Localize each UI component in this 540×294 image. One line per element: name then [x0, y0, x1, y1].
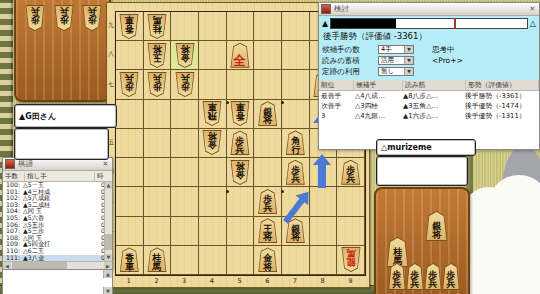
square-42[interactable] — [199, 217, 227, 246]
shogi-piece-飛車[interactable]: 飛車 — [201, 101, 223, 126]
comment-scroll-down-icon[interactable]: ▼ — [103, 287, 112, 294]
shogi-piece-銀将[interactable]: 銀将 — [424, 211, 449, 241]
pv-cell: ▲1六歩△… — [401, 111, 463, 121]
file-label: 5 — [226, 275, 254, 286]
square-41[interactable] — [199, 246, 227, 275]
pv-cell: ▲8八歩△… — [401, 91, 463, 101]
board-star-dot — [226, 101, 229, 104]
square-34[interactable] — [171, 158, 199, 187]
kifu-window-title: 棋譜 — [18, 159, 33, 169]
setting-dropdown[interactable]: 活用▼ — [378, 56, 414, 65]
scroll-up-icon[interactable]: ▲ — [105, 182, 112, 189]
kifu-close-icon[interactable]: ✕ — [101, 160, 110, 169]
rank-label: 七 — [107, 69, 115, 98]
square-64[interactable] — [254, 158, 282, 187]
shogi-piece-歩兵[interactable]: 歩兵 — [24, 5, 46, 31]
square-26[interactable] — [144, 100, 172, 129]
analysis-settings-panel: ▲ △ 後手勝勢（評価値 -3361） 候補手の数4手▼思考中読みの蓄積活用▼<… — [319, 16, 539, 80]
comment-scroll-up-icon[interactable]: ▲ — [103, 270, 112, 278]
square-75[interactable]: 角行 — [282, 129, 310, 158]
analysis-setting-row: 候補手の数4手▼思考中 — [322, 44, 536, 55]
file-label: 6 — [253, 275, 281, 286]
analysis-setting-row: 定跡の利用無し▼ — [322, 66, 536, 77]
col-move-number: 手数 — [3, 172, 25, 181]
move-text: △5五歩 — [20, 222, 97, 229]
setting-label: 候補手の数 — [322, 45, 374, 55]
setting-label: 定跡の利用 — [322, 67, 374, 77]
square-62[interactable]: 王将 — [254, 217, 282, 246]
shogi-piece-桂馬[interactable]: 桂馬 — [146, 247, 168, 272]
square-82[interactable] — [310, 217, 338, 246]
move-text: △6二玉 — [20, 248, 97, 255]
setting-dropdown[interactable]: 4手▼ — [378, 45, 414, 54]
square-29[interactable]: 桂馬 — [144, 12, 172, 41]
analysis-titlebar[interactable]: 検討 ✕ — [319, 3, 539, 16]
eval-cell: 後手優勢（-1474） — [463, 101, 539, 111]
square-28[interactable]: 玉将 — [144, 41, 172, 70]
square-24[interactable] — [144, 158, 172, 187]
square-77[interactable] — [282, 70, 310, 99]
chevron-down-icon[interactable]: ▼ — [404, 57, 413, 64]
move-text: △5八成銀 — [20, 195, 97, 202]
square-17[interactable]: 歩兵 — [116, 70, 144, 99]
square-47[interactable] — [199, 70, 227, 99]
pv-cell: ▲3五角△… — [401, 101, 463, 111]
setting-label: 読みの蓄積 — [322, 56, 374, 66]
dropdown-value: 無し — [381, 67, 394, 76]
column-header: 形勢（評価値） — [466, 80, 539, 90]
square-92[interactable] — [337, 217, 365, 246]
candidate-move-row[interactable]: 3△4九銀…▲1六歩△…後手優勢（-1311） — [319, 111, 539, 121]
square-69[interactable] — [254, 12, 282, 41]
analysis-window: 検討 ✕ ▲ △ 後手勝勢（評価値 -3361） 候補手の数4手▼思考中読みの蓄… — [318, 2, 540, 150]
chevron-down-icon[interactable]: ▼ — [404, 46, 413, 53]
evaluation-summary: 後手勝勢（評価値 -3361） — [323, 31, 536, 43]
square-63[interactable]: 歩兵 — [254, 187, 282, 216]
candidate-cell: △4九銀… — [353, 111, 401, 121]
board-star-dot — [281, 101, 284, 104]
move-text: ▲5六香 — [20, 215, 97, 222]
candidate-cell: △4八成… — [353, 91, 401, 101]
square-56[interactable]: 香車 — [227, 100, 255, 129]
shogi-piece-歩兵[interactable]: 歩兵 — [405, 263, 425, 290]
square-71[interactable] — [282, 246, 310, 275]
col-move: 指し手 — [25, 172, 95, 181]
rank-cell: 次善手 — [319, 101, 353, 111]
square-51[interactable] — [227, 246, 255, 275]
square-49[interactable] — [199, 12, 227, 41]
square-74[interactable]: 歩兵 — [282, 158, 310, 187]
square-27[interactable]: 歩兵 — [144, 70, 172, 99]
square-93[interactable] — [337, 187, 365, 216]
kifu-move-list[interactable]: 100:△5一玉0秒101:▲4三桂成0秒102:△5八成銀0秒103:▲5二成… — [3, 182, 112, 261]
shogi-piece-金将[interactable]: 金将 — [201, 130, 223, 155]
square-67[interactable] — [254, 70, 282, 99]
rank-cell: 3 — [319, 111, 353, 121]
gote-piece-stand[interactable]: 銀将桂馬歩兵歩兵歩兵歩兵 — [374, 187, 470, 294]
move-text: ▲5二成桂 — [20, 202, 97, 209]
square-18[interactable] — [116, 41, 144, 70]
shogi-piece-龍馬[interactable]: 龍馬 — [340, 247, 362, 272]
kifu-vertical-scrollbar[interactable]: ▲ ▼ — [104, 182, 112, 261]
square-23[interactable] — [144, 187, 172, 216]
square-65[interactable] — [254, 129, 282, 158]
square-15[interactable] — [116, 129, 144, 158]
file-label: 9 — [336, 275, 364, 286]
shogi-piece-香車[interactable]: 香車 — [229, 101, 251, 126]
square-91[interactable]: 龍馬 — [337, 246, 365, 275]
square-32[interactable] — [171, 217, 199, 246]
file-label: 4 — [198, 275, 226, 286]
shogi-piece-玉将[interactable]: 玉将 — [146, 43, 168, 68]
move-arrow-head — [313, 154, 331, 165]
square-76[interactable] — [282, 100, 310, 129]
shogi-piece-歩兵[interactable]: 歩兵 — [423, 263, 443, 290]
eval-cell: 後手優勢（-1311） — [463, 111, 539, 121]
square-35[interactable] — [171, 129, 199, 158]
rank-label: 九 — [107, 11, 115, 40]
square-79[interactable] — [282, 12, 310, 41]
move-text: △5一玉 — [20, 182, 97, 189]
analysis-settings-rows: 候補手の数4手▼思考中読みの蓄積活用▼<Pro+>定跡の利用無し▼ — [322, 44, 536, 77]
sente-mark: ▲ — [322, 19, 328, 29]
move-number: 111: — [3, 255, 20, 261]
analysis-close-icon[interactable]: ✕ — [528, 5, 537, 14]
square-55[interactable]: 歩兵 — [227, 129, 255, 158]
shogi-piece-歩兵[interactable]: 歩兵 — [257, 189, 279, 214]
evaluation-bar-tick — [454, 18, 456, 29]
shogi-piece-金将[interactable]: 金将 — [257, 247, 279, 272]
scroll-down-icon[interactable]: ▼ — [105, 254, 112, 261]
shogi-piece-全[interactable]: 全 — [229, 43, 251, 68]
kifu-window: 棋譜 ✕ 手数 指し手 時 100:△5一玉0秒101:▲4三桂成0秒102:△… — [2, 157, 113, 269]
square-78[interactable] — [282, 41, 310, 70]
scrollbar-thumb[interactable] — [105, 234, 112, 250]
file-labels: 123456789 — [115, 275, 364, 286]
shogi-piece-桂馬[interactable]: 桂馬 — [146, 14, 168, 39]
move-text: △同 玉 — [20, 235, 97, 242]
kifu-move-row[interactable]: 111:▲3八金0秒 — [3, 255, 112, 261]
file-label: 8 — [309, 275, 337, 286]
square-38[interactable]: 金将 — [171, 41, 199, 70]
shogi-piece-歩兵[interactable]: 歩兵 — [118, 72, 140, 97]
move-text: ▲4三桂成 — [20, 189, 97, 196]
square-54[interactable]: 金将 — [227, 158, 255, 187]
mascot-character — [468, 145, 540, 294]
square-81[interactable] — [310, 246, 338, 275]
move-text: △同 玉 — [20, 208, 97, 215]
square-16[interactable] — [116, 100, 144, 129]
gote-info-box — [376, 156, 468, 186]
move-arrow-shaft — [318, 164, 326, 188]
board-star-dot — [281, 190, 284, 193]
evaluation-bar — [330, 18, 528, 29]
square-68[interactable] — [254, 41, 282, 70]
eval-cell: 後手勝勢（-3361） — [463, 91, 539, 101]
square-37[interactable]: 歩兵 — [171, 70, 199, 99]
shogi-piece-金将[interactable]: 金将 — [229, 160, 251, 185]
candidate-move-row[interactable]: 最善手△4八成…▲8八歩△…後手勝勢（-3361） — [319, 91, 539, 101]
square-45[interactable]: 金将 — [199, 129, 227, 158]
square-61[interactable]: 金将 — [254, 246, 282, 275]
gote-name: △murizeme — [381, 143, 432, 152]
file-label: 1 — [115, 275, 143, 286]
evaluation-bar-fill — [331, 19, 396, 28]
analysis-window-title: 検討 — [334, 4, 349, 14]
square-58[interactable]: 全 — [227, 41, 255, 70]
square-14[interactable] — [116, 158, 144, 187]
square-48[interactable] — [199, 41, 227, 70]
square-13[interactable] — [116, 187, 144, 216]
square-83[interactable] — [310, 187, 338, 216]
square-12[interactable] — [116, 217, 144, 246]
shogi-piece-歩兵[interactable]: 歩兵 — [229, 130, 251, 155]
shogi-piece-歩兵[interactable]: 歩兵 — [53, 5, 75, 31]
column-header: 候補手 — [354, 80, 403, 90]
shogi-piece-歩兵[interactable]: 歩兵 — [284, 160, 306, 185]
dropdown-value: 活用 — [381, 56, 394, 65]
rank-cell: 最善手 — [319, 91, 353, 101]
shogi-piece-金将[interactable]: 金将 — [174, 43, 196, 68]
column-header: 読み筋 — [403, 80, 466, 90]
dropdown-value: 4手 — [381, 45, 392, 54]
candidate-cell: △3四桂 — [353, 101, 401, 111]
candidate-moves-table[interactable]: 順位候補手読み筋形勢（評価値）最善手△4八成…▲8八歩△…後手勝勢（-3361）… — [319, 80, 539, 121]
chevron-down-icon[interactable]: ▼ — [404, 68, 413, 75]
gote-mark: △ — [530, 19, 536, 29]
shogi-piece-歩兵[interactable]: 歩兵 — [81, 5, 103, 31]
square-21[interactable]: 桂馬 — [144, 246, 172, 275]
col-time: 時 — [95, 172, 112, 181]
setting-note: <Pro+> — [432, 56, 463, 65]
square-53[interactable] — [227, 187, 255, 216]
shogi-piece-角行[interactable]: 角行 — [284, 130, 306, 155]
square-94[interactable]: 歩兵 — [337, 158, 365, 187]
sente-name-plate: ▲G田さん — [14, 104, 117, 128]
square-22[interactable] — [144, 217, 172, 246]
shogi-piece-香車[interactable]: 香車 — [118, 247, 140, 272]
kifu-column-headers: 手数 指し手 時 — [3, 171, 112, 182]
shogi-piece-銀将[interactable]: 銀将 — [257, 101, 279, 126]
analysis-setting-row: 読みの蓄積活用▼<Pro+> — [322, 55, 536, 66]
rank-label: 八 — [107, 40, 115, 69]
candidate-move-row[interactable]: 次善手△3四桂▲3五角△…後手優勢（-1474） — [319, 101, 539, 111]
kifu-comment-box[interactable]: ▲ ▼ — [2, 269, 113, 294]
move-text: ▲3八金 — [20, 255, 97, 261]
shogi-piece-王将[interactable]: 王将 — [257, 218, 279, 243]
square-57[interactable] — [227, 70, 255, 99]
sente-piece-stand[interactable]: 歩兵歩兵歩兵 — [14, 0, 111, 102]
file-label: 3 — [170, 275, 198, 286]
file-label: 2 — [143, 275, 171, 286]
analysis-window-icon — [321, 4, 331, 14]
shogi-app-screen: 九八七六五四三二一 123456789 香車桂馬玉将金将全龍王歩兵歩兵歩兵歩兵香… — [0, 0, 540, 294]
column-header: 順位 — [319, 80, 354, 90]
shogi-piece-歩兵[interactable]: 歩兵 — [174, 72, 196, 97]
square-66[interactable]: 銀将 — [254, 100, 282, 129]
shogi-piece-歩兵[interactable]: 歩兵 — [340, 160, 362, 185]
candidate-table-header: 順位候補手読み筋形勢（評価値） — [319, 80, 539, 91]
square-36[interactable] — [171, 100, 199, 129]
shogi-piece-香車[interactable]: 香車 — [118, 14, 140, 39]
square-11[interactable]: 香車 — [116, 246, 144, 275]
square-46[interactable]: 飛車 — [199, 100, 227, 129]
sente-name: ▲G田さん — [19, 111, 56, 122]
sente-info-box — [14, 128, 109, 160]
shogi-piece-歩兵[interactable]: 歩兵 — [387, 263, 407, 290]
shogi-piece-歩兵[interactable]: 歩兵 — [146, 72, 168, 97]
square-59[interactable] — [227, 12, 255, 41]
setting-dropdown[interactable]: 無し▼ — [378, 67, 414, 76]
shogi-piece-歩兵[interactable]: 歩兵 — [441, 263, 461, 290]
square-25[interactable] — [144, 129, 172, 158]
setting-note: 思考中 — [432, 45, 455, 55]
file-label: 7 — [281, 275, 309, 286]
square-44[interactable] — [199, 158, 227, 187]
square-19[interactable]: 香車 — [116, 12, 144, 41]
kifu-window-icon — [5, 159, 15, 169]
move-text: ▲5三歩 — [20, 228, 97, 235]
square-52[interactable] — [227, 217, 255, 246]
square-39[interactable] — [171, 12, 199, 41]
square-33[interactable] — [171, 187, 199, 216]
square-31[interactable] — [171, 246, 199, 275]
move-text: ▲5四金打 — [20, 241, 97, 248]
square-43[interactable] — [199, 187, 227, 216]
board-star-dot — [226, 190, 229, 193]
gote-name-plate: △murizeme — [376, 139, 476, 156]
